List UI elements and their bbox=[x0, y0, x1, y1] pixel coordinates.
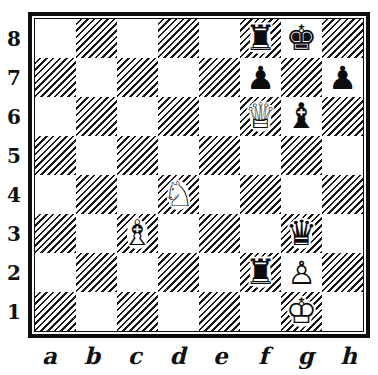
file-label-e: e bbox=[199, 342, 242, 369]
chess-board: ♜♚♟♟♕♝♘♗♛♜♙♔ bbox=[34, 18, 364, 332]
white-pawn[interactable]: ♙ bbox=[287, 257, 316, 289]
square-g5[interactable] bbox=[281, 136, 322, 175]
square-h7[interactable]: ♟ bbox=[322, 58, 363, 97]
square-d7[interactable] bbox=[158, 58, 199, 97]
square-c1[interactable] bbox=[117, 292, 158, 331]
rank-label-7: 7 bbox=[0, 58, 28, 97]
file-label-b: b bbox=[71, 342, 114, 369]
square-f3[interactable] bbox=[240, 214, 281, 253]
square-a3[interactable] bbox=[35, 214, 76, 253]
square-b6[interactable] bbox=[76, 97, 117, 136]
square-e2[interactable] bbox=[199, 253, 240, 292]
file-labels: abcdefgh bbox=[28, 342, 370, 369]
square-g3[interactable]: ♛ bbox=[281, 214, 322, 253]
white-king[interactable]: ♔ bbox=[286, 294, 317, 329]
square-b8[interactable] bbox=[76, 19, 117, 58]
square-h8[interactable] bbox=[322, 19, 363, 58]
square-h6[interactable] bbox=[322, 97, 363, 136]
rank-label-8: 8 bbox=[0, 19, 28, 58]
white-queen[interactable]: ♕ bbox=[245, 99, 276, 134]
square-d1[interactable] bbox=[158, 292, 199, 331]
chess-diagram-page: 87654321 ♜♚♟♟♕♝♘♗♛♜♙♔ abcdefgh bbox=[0, 0, 378, 375]
square-e4[interactable] bbox=[199, 175, 240, 214]
square-h2[interactable] bbox=[322, 253, 363, 292]
square-d2[interactable] bbox=[158, 253, 199, 292]
square-g6[interactable]: ♝ bbox=[281, 97, 322, 136]
rank-labels: 87654321 bbox=[0, 19, 28, 331]
square-g7[interactable] bbox=[281, 58, 322, 97]
white-knight[interactable]: ♘ bbox=[163, 177, 194, 212]
square-b3[interactable] bbox=[76, 214, 117, 253]
square-g2[interactable]: ♙ bbox=[281, 253, 322, 292]
black-rook[interactable]: ♜ bbox=[245, 21, 276, 56]
square-f8[interactable]: ♜ bbox=[240, 19, 281, 58]
rank-label-6: 6 bbox=[0, 97, 28, 136]
black-queen[interactable]: ♛ bbox=[286, 216, 317, 251]
square-c3[interactable]: ♗ bbox=[117, 214, 158, 253]
square-e7[interactable] bbox=[199, 58, 240, 97]
square-h1[interactable] bbox=[322, 292, 363, 331]
square-d5[interactable] bbox=[158, 136, 199, 175]
black-pawn[interactable]: ♟ bbox=[246, 62, 275, 94]
square-f6[interactable]: ♕ bbox=[240, 97, 281, 136]
square-d6[interactable] bbox=[158, 97, 199, 136]
white-bishop[interactable]: ♗ bbox=[122, 216, 153, 251]
square-g8[interactable]: ♚ bbox=[281, 19, 322, 58]
square-h5[interactable] bbox=[322, 136, 363, 175]
square-g4[interactable] bbox=[281, 175, 322, 214]
square-b7[interactable] bbox=[76, 58, 117, 97]
square-b2[interactable] bbox=[76, 253, 117, 292]
square-a8[interactable] bbox=[35, 19, 76, 58]
square-a6[interactable] bbox=[35, 97, 76, 136]
file-label-g: g bbox=[285, 342, 328, 369]
file-label-c: c bbox=[114, 342, 157, 369]
rank-label-3: 3 bbox=[0, 214, 28, 253]
square-c6[interactable] bbox=[117, 97, 158, 136]
square-f7[interactable]: ♟ bbox=[240, 58, 281, 97]
square-a7[interactable] bbox=[35, 58, 76, 97]
file-label-a: a bbox=[28, 342, 71, 369]
square-h4[interactable] bbox=[322, 175, 363, 214]
black-pawn[interactable]: ♟ bbox=[328, 62, 357, 94]
square-c5[interactable] bbox=[117, 136, 158, 175]
square-f2[interactable]: ♜ bbox=[240, 253, 281, 292]
rank-label-5: 5 bbox=[0, 136, 28, 175]
file-label-d: d bbox=[156, 342, 199, 369]
square-b4[interactable] bbox=[76, 175, 117, 214]
square-c7[interactable] bbox=[117, 58, 158, 97]
square-f1[interactable] bbox=[240, 292, 281, 331]
square-c2[interactable] bbox=[117, 253, 158, 292]
square-e5[interactable] bbox=[199, 136, 240, 175]
square-d3[interactable] bbox=[158, 214, 199, 253]
black-bishop[interactable]: ♝ bbox=[286, 99, 317, 134]
square-f4[interactable] bbox=[240, 175, 281, 214]
rank-label-4: 4 bbox=[0, 175, 28, 214]
black-king[interactable]: ♚ bbox=[286, 21, 317, 56]
square-d4[interactable]: ♘ bbox=[158, 175, 199, 214]
square-g1[interactable]: ♔ bbox=[281, 292, 322, 331]
square-a1[interactable] bbox=[35, 292, 76, 331]
square-a5[interactable] bbox=[35, 136, 76, 175]
rank-label-1: 1 bbox=[0, 292, 28, 331]
square-a4[interactable] bbox=[35, 175, 76, 214]
file-label-h: h bbox=[327, 342, 370, 369]
square-b1[interactable] bbox=[76, 292, 117, 331]
square-a2[interactable] bbox=[35, 253, 76, 292]
square-e6[interactable] bbox=[199, 97, 240, 136]
rank-label-2: 2 bbox=[0, 253, 28, 292]
square-f5[interactable] bbox=[240, 136, 281, 175]
square-e1[interactable] bbox=[199, 292, 240, 331]
square-d8[interactable] bbox=[158, 19, 199, 58]
square-h3[interactable] bbox=[322, 214, 363, 253]
black-rook[interactable]: ♜ bbox=[245, 255, 276, 290]
square-c4[interactable] bbox=[117, 175, 158, 214]
square-b5[interactable] bbox=[76, 136, 117, 175]
square-c8[interactable] bbox=[117, 19, 158, 58]
square-e8[interactable] bbox=[199, 19, 240, 58]
file-label-f: f bbox=[242, 342, 285, 369]
board-frame: ♜♚♟♟♕♝♘♗♛♜♙♔ bbox=[28, 12, 370, 338]
square-e3[interactable] bbox=[199, 214, 240, 253]
